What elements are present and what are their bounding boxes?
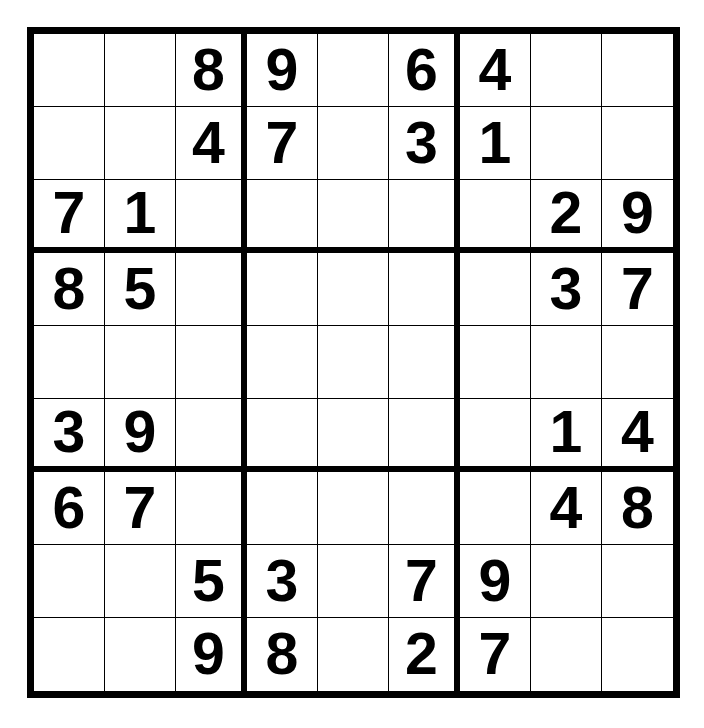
cell-r6c9[interactable]: 4: [602, 399, 673, 472]
cell-r5c4[interactable]: [247, 326, 318, 399]
cell-r1c9[interactable]: [602, 34, 673, 107]
cell-r5c2[interactable]: [105, 326, 176, 399]
cell-r3c4[interactable]: [247, 180, 318, 253]
cell-r9c7[interactable]: 7: [460, 618, 531, 691]
cell-r6c4[interactable]: [247, 399, 318, 472]
cell-r2c5[interactable]: [318, 107, 389, 180]
cell-r3c5[interactable]: [318, 180, 389, 253]
cell-r1c4[interactable]: 9: [247, 34, 318, 107]
cell-r4c5[interactable]: [318, 253, 389, 326]
cell-r6c5[interactable]: [318, 399, 389, 472]
cell-r8c3[interactable]: 5: [176, 545, 247, 618]
cell-r7c1[interactable]: 6: [34, 472, 105, 545]
cell-r9c6[interactable]: 2: [389, 618, 460, 691]
cell-r3c6[interactable]: [389, 180, 460, 253]
cell-r4c7[interactable]: [460, 253, 531, 326]
cell-r1c5[interactable]: [318, 34, 389, 107]
cell-r5c3[interactable]: [176, 326, 247, 399]
cell-r6c8[interactable]: 1: [531, 399, 602, 472]
cell-r3c2[interactable]: 1: [105, 180, 176, 253]
cell-r4c8[interactable]: 3: [531, 253, 602, 326]
cell-r7c6[interactable]: [389, 472, 460, 545]
cell-r2c3[interactable]: 4: [176, 107, 247, 180]
cell-r7c8[interactable]: 4: [531, 472, 602, 545]
cell-r1c6[interactable]: 6: [389, 34, 460, 107]
cell-r2c6[interactable]: 3: [389, 107, 460, 180]
cell-r8c4[interactable]: 3: [247, 545, 318, 618]
cell-r2c1[interactable]: [34, 107, 105, 180]
cell-r4c2[interactable]: 5: [105, 253, 176, 326]
cell-r1c7[interactable]: 4: [460, 34, 531, 107]
cell-r4c1[interactable]: 8: [34, 253, 105, 326]
cell-r6c2[interactable]: 9: [105, 399, 176, 472]
cell-r5c5[interactable]: [318, 326, 389, 399]
cell-r4c3[interactable]: [176, 253, 247, 326]
cell-r2c8[interactable]: [531, 107, 602, 180]
cell-r1c1[interactable]: [34, 34, 105, 107]
cell-r4c6[interactable]: [389, 253, 460, 326]
cell-r7c5[interactable]: [318, 472, 389, 545]
cell-r9c3[interactable]: 9: [176, 618, 247, 691]
cell-r9c1[interactable]: [34, 618, 105, 691]
cell-r8c1[interactable]: [34, 545, 105, 618]
cell-r7c9[interactable]: 8: [602, 472, 673, 545]
cell-r8c8[interactable]: [531, 545, 602, 618]
cell-r5c8[interactable]: [531, 326, 602, 399]
cell-r9c8[interactable]: [531, 618, 602, 691]
cell-r1c8[interactable]: [531, 34, 602, 107]
cell-r9c2[interactable]: [105, 618, 176, 691]
cell-r8c5[interactable]: [318, 545, 389, 618]
cell-r8c6[interactable]: 7: [389, 545, 460, 618]
cell-r5c6[interactable]: [389, 326, 460, 399]
cell-r6c7[interactable]: [460, 399, 531, 472]
cell-r2c9[interactable]: [602, 107, 673, 180]
cell-r2c4[interactable]: 7: [247, 107, 318, 180]
cell-r6c3[interactable]: [176, 399, 247, 472]
cell-r1c3[interactable]: 8: [176, 34, 247, 107]
cell-r9c9[interactable]: [602, 618, 673, 691]
cell-r3c9[interactable]: 9: [602, 180, 673, 253]
cell-r6c6[interactable]: [389, 399, 460, 472]
cell-r5c9[interactable]: [602, 326, 673, 399]
cell-r8c9[interactable]: [602, 545, 673, 618]
cell-r5c7[interactable]: [460, 326, 531, 399]
cell-r3c7[interactable]: [460, 180, 531, 253]
cell-r6c1[interactable]: 3: [34, 399, 105, 472]
cell-r9c4[interactable]: 8: [247, 618, 318, 691]
cell-r2c7[interactable]: 1: [460, 107, 531, 180]
cell-r9c5[interactable]: [318, 618, 389, 691]
cell-r1c2[interactable]: [105, 34, 176, 107]
cell-r2c2[interactable]: [105, 107, 176, 180]
cell-r8c7[interactable]: 9: [460, 545, 531, 618]
cell-r5c1[interactable]: [34, 326, 105, 399]
cell-r3c8[interactable]: 2: [531, 180, 602, 253]
cell-r3c1[interactable]: 7: [34, 180, 105, 253]
cell-r4c4[interactable]: [247, 253, 318, 326]
cell-r8c2[interactable]: [105, 545, 176, 618]
sudoku-board: 89644731712985373914674853799827: [27, 27, 680, 698]
cell-r7c2[interactable]: 7: [105, 472, 176, 545]
cell-r7c4[interactable]: [247, 472, 318, 545]
cell-r7c7[interactable]: [460, 472, 531, 545]
cell-r4c9[interactable]: 7: [602, 253, 673, 326]
cell-r7c3[interactable]: [176, 472, 247, 545]
cell-r3c3[interactable]: [176, 180, 247, 253]
